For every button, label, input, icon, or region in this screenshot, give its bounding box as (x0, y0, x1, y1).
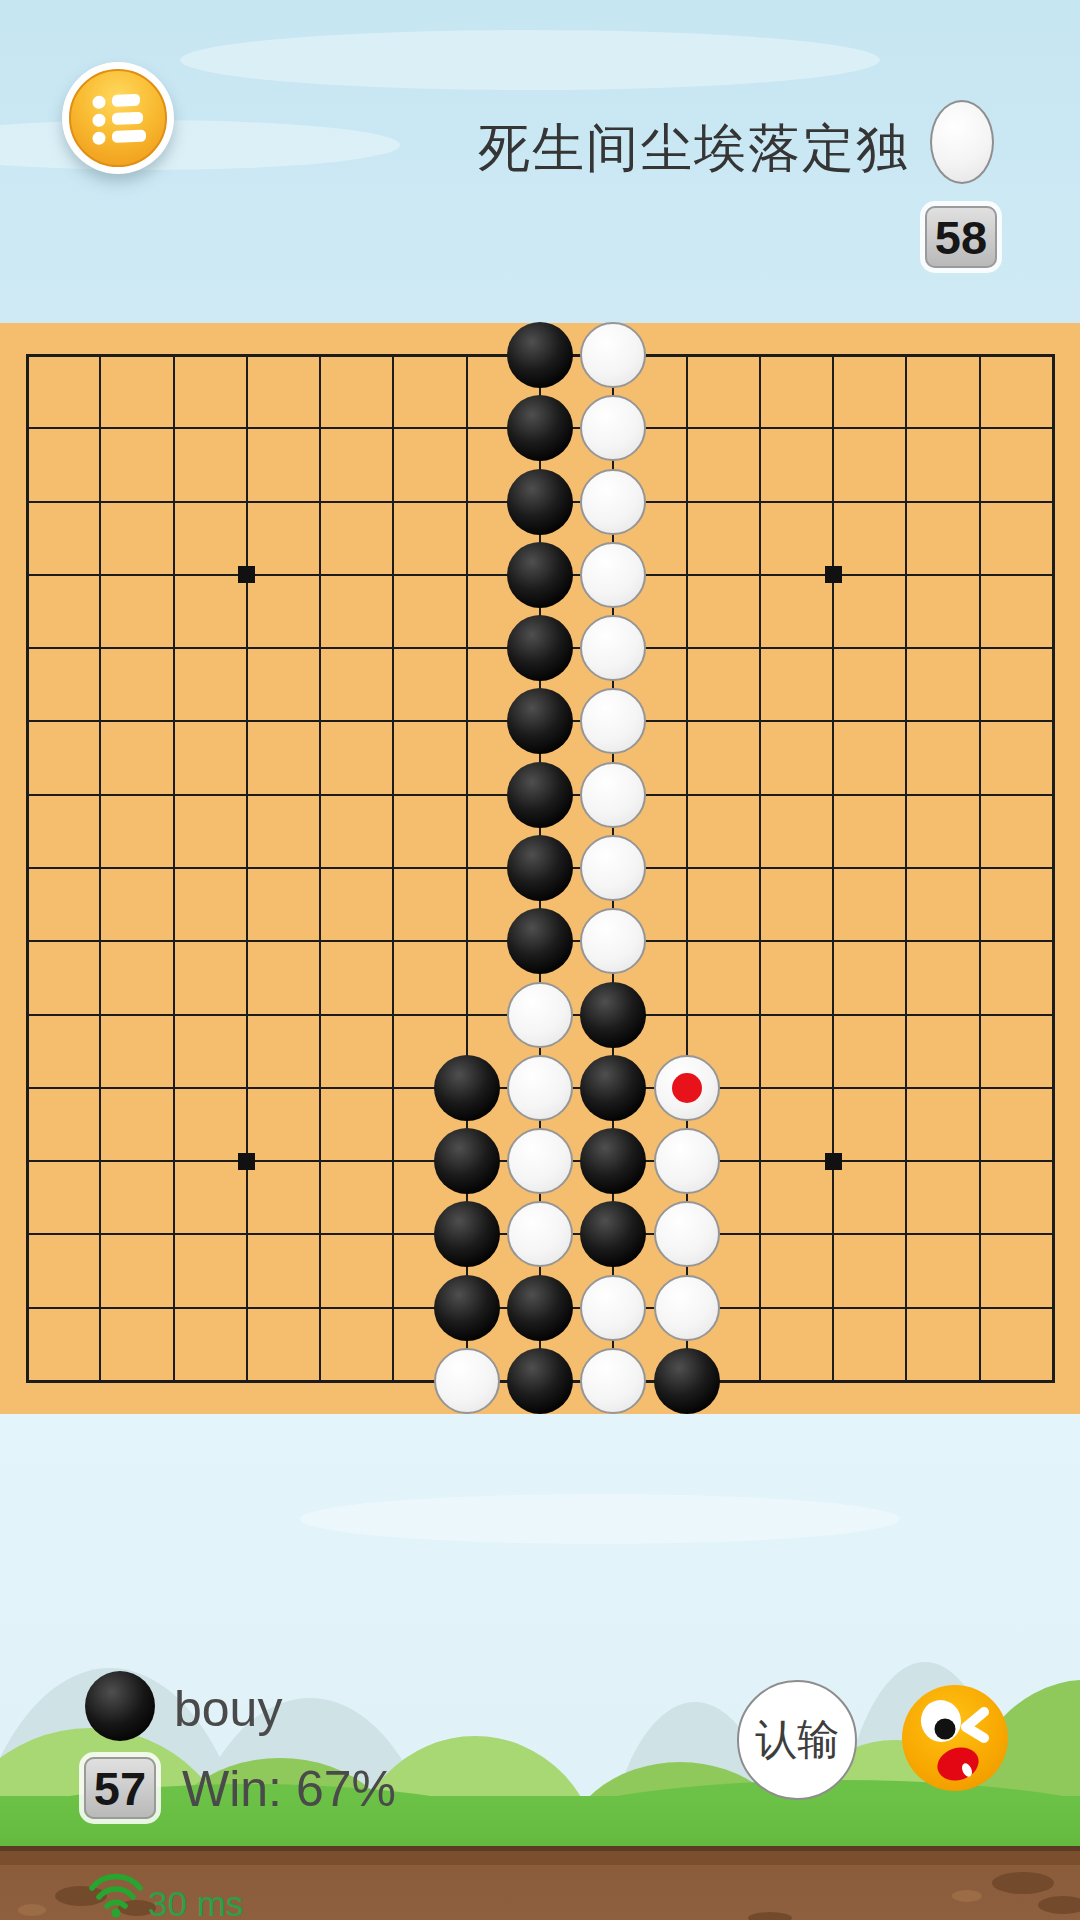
stone-black (580, 1128, 646, 1194)
black-counter-badge: 57 (84, 1757, 156, 1819)
dirt-rock (1038, 1896, 1080, 1914)
stone-white (580, 908, 646, 974)
stone-white (580, 322, 646, 388)
dirt-rock (952, 1890, 982, 1902)
grid-line-v (832, 354, 834, 1383)
stone-black (507, 1348, 573, 1414)
go-board[interactable] (0, 323, 1080, 1414)
win-rate-label: Win: 67% (182, 1760, 396, 1818)
menu-button[interactable] (62, 62, 174, 174)
stone-black (507, 542, 573, 608)
stone-black (507, 395, 573, 461)
stone-black (580, 982, 646, 1048)
grid-line-v (979, 354, 981, 1383)
stone-white (654, 1128, 720, 1194)
star-point (825, 566, 842, 583)
stone-white (580, 1275, 646, 1341)
sky-streak (300, 1494, 900, 1544)
stone-black (507, 615, 573, 681)
star-point (238, 566, 255, 583)
puzzle-title: 死生间尘埃落定独 (420, 114, 910, 184)
stone-white (580, 469, 646, 535)
stone-black (580, 1055, 646, 1121)
stone-white (654, 1275, 720, 1341)
stone-black (434, 1275, 500, 1341)
resign-button[interactable]: 认输 (737, 1680, 857, 1800)
stone-white (580, 542, 646, 608)
wifi-signal-icon (86, 1864, 146, 1918)
stone-black (507, 322, 573, 388)
stone-black (507, 762, 573, 828)
stone-white (507, 1128, 573, 1194)
stone-white (580, 762, 646, 828)
list-menu-icon (78, 78, 158, 158)
sky-streak (180, 30, 880, 90)
latency-label: 30 ms (148, 1884, 243, 1920)
dirt-rock (992, 1872, 1054, 1894)
star-point (825, 1153, 842, 1170)
dirt-rock (748, 1912, 792, 1920)
stone-white (580, 1348, 646, 1414)
stone-black (434, 1055, 500, 1121)
stone-black (434, 1128, 500, 1194)
stone-white (507, 1201, 573, 1267)
stone-white (507, 1055, 573, 1121)
stone-black (507, 835, 573, 901)
stone-white (434, 1348, 500, 1414)
stone-black (507, 469, 573, 535)
stone-white (507, 982, 573, 1048)
grid-line-v (1052, 354, 1055, 1383)
stone-black (434, 1201, 500, 1267)
white-counter-badge: 58 (925, 206, 997, 268)
stone-black (507, 1275, 573, 1341)
resign-button-label: 认输 (755, 1712, 839, 1768)
sky-streak (0, 120, 400, 170)
stone-white (580, 835, 646, 901)
star-point (238, 1153, 255, 1170)
stone-white (580, 395, 646, 461)
dirt-rock (18, 1904, 46, 1916)
stone-white (654, 1201, 720, 1267)
stone-black (507, 688, 573, 754)
grass-band (0, 1796, 1080, 1848)
emoji-button[interactable] (900, 1683, 1010, 1793)
stone-black (654, 1348, 720, 1414)
white-player-stone (930, 100, 994, 184)
app-screen: 死生间尘埃落定独 58 bouy 57 Win: 67% 认输 (0, 0, 1080, 1920)
black-player-name: bouy (174, 1680, 282, 1738)
grid-line-v (905, 354, 907, 1383)
winking-face-icon (900, 1683, 1010, 1793)
stone-black (507, 908, 573, 974)
black-player-stone (85, 1671, 155, 1741)
grid-line-v (759, 354, 761, 1383)
network-status (86, 1864, 146, 1920)
stone-white (580, 615, 646, 681)
last-move-marker (672, 1073, 702, 1103)
stone-white (580, 688, 646, 754)
stone-black (580, 1201, 646, 1267)
